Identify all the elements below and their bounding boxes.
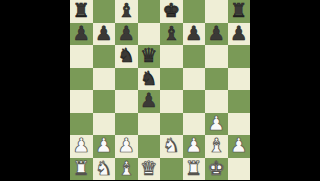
square-b7[interactable]: ♟ [93,23,116,46]
piece-black-knight[interactable]: ♞ [118,45,135,67]
square-b6[interactable] [93,45,116,68]
piece-white-rook[interactable]: ♜ [73,158,90,180]
square-b3[interactable] [93,113,116,136]
square-f5[interactable] [183,68,206,91]
piece-black-bishop[interactable]: ♝ [163,23,180,45]
piece-black-queen[interactable]: ♛ [140,45,157,67]
square-a3[interactable] [70,113,93,136]
square-c8[interactable]: ♝ [115,0,138,23]
piece-black-rook[interactable]: ♜ [230,0,247,22]
square-a4[interactable] [70,90,93,113]
square-g1[interactable]: ♚ [205,158,228,181]
square-h6[interactable] [228,45,251,68]
square-d1[interactable]: ♛ [138,158,161,181]
piece-black-pawn[interactable]: ♟ [208,23,225,45]
square-e4[interactable] [160,90,183,113]
square-e7[interactable]: ♝ [160,23,183,46]
square-e6[interactable] [160,45,183,68]
square-a5[interactable] [70,68,93,91]
square-c7[interactable]: ♟ [115,23,138,46]
square-e5[interactable] [160,68,183,91]
square-d7[interactable] [138,23,161,46]
chess-board: ♜♝♚♜♟♟♟♝♟♟♟♞♛♞♟♟♟♟♟♞♟♝♟♜♞♝♛♜♚ [70,0,250,180]
square-d4[interactable]: ♟ [138,90,161,113]
square-h1[interactable] [228,158,251,181]
square-h4[interactable] [228,90,251,113]
square-d2[interactable] [138,135,161,158]
square-b5[interactable] [93,68,116,91]
square-h2[interactable]: ♟ [228,135,251,158]
piece-black-king[interactable]: ♚ [163,0,180,22]
square-f8[interactable] [183,0,206,23]
piece-white-pawn[interactable]: ♟ [73,135,90,157]
square-f2[interactable]: ♟ [183,135,206,158]
piece-white-knight[interactable]: ♞ [95,158,112,180]
square-g5[interactable] [205,68,228,91]
square-f3[interactable] [183,113,206,136]
square-b8[interactable] [93,0,116,23]
piece-black-pawn[interactable]: ♟ [73,23,90,45]
square-c6[interactable]: ♞ [115,45,138,68]
square-d5[interactable]: ♞ [138,68,161,91]
square-c3[interactable] [115,113,138,136]
square-f6[interactable] [183,45,206,68]
square-e2[interactable]: ♞ [160,135,183,158]
piece-white-pawn[interactable]: ♟ [208,113,225,135]
square-a8[interactable]: ♜ [70,0,93,23]
square-e1[interactable] [160,158,183,181]
square-a1[interactable]: ♜ [70,158,93,181]
square-g2[interactable]: ♝ [205,135,228,158]
piece-white-rook[interactable]: ♜ [185,158,202,180]
piece-black-bishop[interactable]: ♝ [118,0,135,22]
square-b1[interactable]: ♞ [93,158,116,181]
square-g4[interactable] [205,90,228,113]
square-g8[interactable] [205,0,228,23]
square-c1[interactable]: ♝ [115,158,138,181]
square-f4[interactable] [183,90,206,113]
square-g7[interactable]: ♟ [205,23,228,46]
piece-black-pawn[interactable]: ♟ [185,23,202,45]
square-f1[interactable]: ♜ [183,158,206,181]
piece-white-pawn[interactable]: ♟ [230,135,247,157]
square-c4[interactable] [115,90,138,113]
square-d6[interactable]: ♛ [138,45,161,68]
piece-black-pawn[interactable]: ♟ [95,23,112,45]
piece-black-pawn[interactable]: ♟ [230,23,247,45]
video-frame: ♜♝♚♜♟♟♟♝♟♟♟♞♛♞♟♟♟♟♟♞♟♝♟♜♞♝♛♜♚ [0,0,320,180]
square-b2[interactable]: ♟ [93,135,116,158]
square-a7[interactable]: ♟ [70,23,93,46]
square-h7[interactable]: ♟ [228,23,251,46]
piece-white-pawn[interactable]: ♟ [95,135,112,157]
piece-white-bishop[interactable]: ♝ [118,158,135,180]
square-h8[interactable]: ♜ [228,0,251,23]
piece-white-knight[interactable]: ♞ [163,135,180,157]
square-g6[interactable] [205,45,228,68]
piece-black-pawn[interactable]: ♟ [118,23,135,45]
piece-black-knight[interactable]: ♞ [140,68,157,90]
piece-black-pawn[interactable]: ♟ [140,90,157,112]
piece-white-pawn[interactable]: ♟ [185,135,202,157]
piece-white-bishop[interactable]: ♝ [208,135,225,157]
piece-white-queen[interactable]: ♛ [140,158,157,180]
square-g3[interactable]: ♟ [205,113,228,136]
square-d8[interactable] [138,0,161,23]
square-d3[interactable] [138,113,161,136]
square-b4[interactable] [93,90,116,113]
piece-white-king[interactable]: ♚ [208,158,225,180]
square-a2[interactable]: ♟ [70,135,93,158]
square-c5[interactable] [115,68,138,91]
piece-black-rook[interactable]: ♜ [73,0,90,22]
square-h5[interactable] [228,68,251,91]
square-a6[interactable] [70,45,93,68]
square-c2[interactable]: ♟ [115,135,138,158]
piece-white-pawn[interactable]: ♟ [118,135,135,157]
square-e8[interactable]: ♚ [160,0,183,23]
square-e3[interactable] [160,113,183,136]
square-h3[interactable] [228,113,251,136]
square-f7[interactable]: ♟ [183,23,206,46]
